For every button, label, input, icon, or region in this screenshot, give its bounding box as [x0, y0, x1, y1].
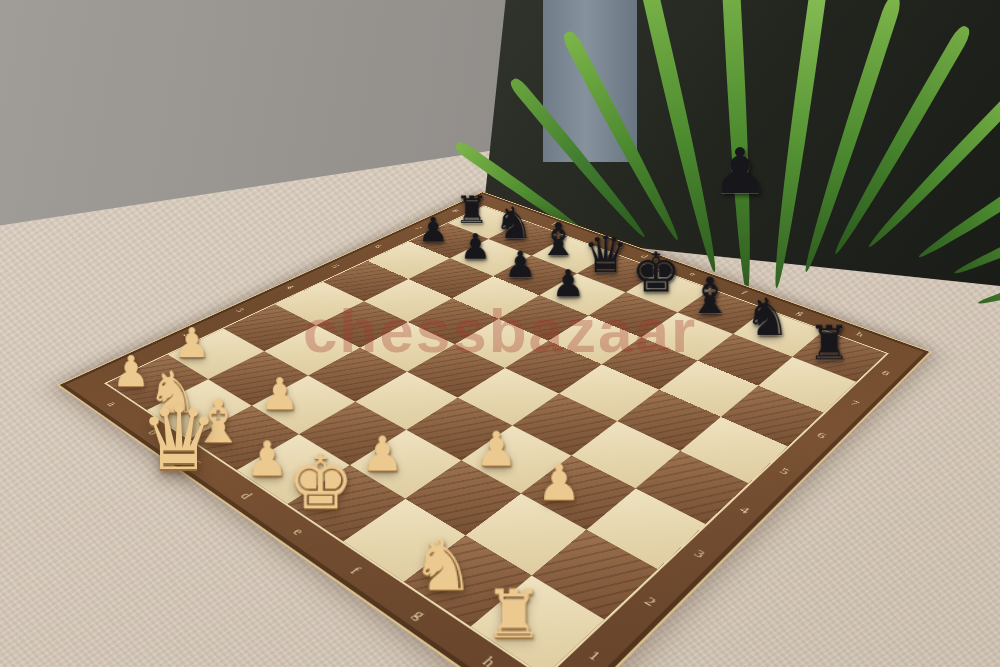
- white-pawn-g3: ♟: [536, 458, 581, 508]
- scene: ♜♞♝♛♚♝♞♜♟♟♟♟♟♟♟♟♟♟♞♝♟♚♞♜ aa88bb77cc66dd5…: [0, 0, 1000, 667]
- watermark: chessbazaar: [303, 295, 697, 366]
- off-board-black-pawn: ♟: [712, 140, 768, 203]
- plant-leaf: [639, 0, 723, 274]
- off-board-white-queen: ♛: [140, 395, 219, 483]
- white-rook-h1: ♜: [483, 580, 543, 647]
- plant-leaf: [768, 0, 829, 289]
